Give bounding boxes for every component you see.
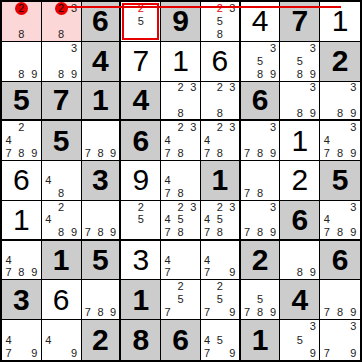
- cell-r3c1[interactable]: 5: [2, 82, 42, 122]
- candidate-9: 9: [267, 226, 280, 239]
- cell-r1c9[interactable]: 1: [320, 2, 360, 42]
- candidate-7: 7: [161, 147, 174, 160]
- candidate-8: 8: [293, 107, 306, 120]
- candidate-5: 5: [213, 15, 226, 28]
- candidate-7: 7: [201, 147, 214, 160]
- candidate-9: 9: [306, 347, 319, 360]
- candidate-3: 3: [306, 82, 319, 95]
- candidate-3: 3: [347, 82, 360, 95]
- candidate-7: 7: [2, 347, 15, 360]
- cell-r6c9[interactable]: 34789: [320, 201, 360, 241]
- cell-r1c2[interactable]: 238: [42, 2, 82, 42]
- given-digit: 5: [332, 165, 349, 195]
- cell-r8c6[interactable]: 2579: [201, 280, 241, 320]
- candidate-3: 3: [347, 320, 360, 333]
- candidate-4: 4: [201, 213, 214, 226]
- candidate-7: 7: [201, 226, 214, 239]
- given-digit: 3: [13, 285, 30, 315]
- given-digit: 5: [92, 245, 109, 275]
- pencilmarks: 4579: [201, 320, 239, 360]
- candidate-5: 5: [213, 213, 226, 226]
- candidate-4: 4: [201, 254, 214, 267]
- pencilmarks: 789: [82, 121, 120, 160]
- candidate-9: 9: [347, 226, 360, 239]
- candidate-7: 7: [161, 267, 174, 280]
- candidate-2: 2: [134, 201, 147, 214]
- cell-r6c8[interactable]: 6: [280, 201, 320, 241]
- pencilmarks: 23478: [161, 121, 200, 160]
- cell-r1c7[interactable]: 4: [241, 2, 281, 42]
- candidate-7: 7: [2, 147, 15, 160]
- cell-r7c1[interactable]: 4789: [2, 241, 42, 281]
- candidate-8: 8: [15, 267, 28, 280]
- cell-r4c4[interactable]: 6: [121, 121, 161, 161]
- cell-r8c2[interactable]: 6: [42, 280, 82, 320]
- candidate-8: 8: [15, 28, 28, 41]
- given-digit: 2: [252, 245, 269, 275]
- pencilmarks: 48: [42, 161, 81, 200]
- candidate-7: 7: [82, 306, 95, 319]
- solved-digit: 1: [291, 126, 308, 156]
- candidate-7: 7: [241, 306, 254, 319]
- cell-r8c7[interactable]: 5789: [241, 280, 281, 320]
- cell-r4c6[interactable]: 23478: [201, 121, 241, 161]
- cell-r5c1[interactable]: 6: [2, 161, 42, 201]
- candidate-4: 4: [161, 174, 174, 187]
- candidate-2: 2: [174, 201, 187, 214]
- given-digit: 6: [252, 85, 269, 115]
- candidate-7: 7: [201, 347, 214, 360]
- cell-r9c5[interactable]: 6: [161, 320, 201, 360]
- eliminated-candidate-2: 2: [213, 2, 226, 15]
- candidate-5: 5: [254, 293, 267, 306]
- candidate-8: 8: [55, 226, 68, 239]
- candidate-9: 9: [68, 347, 81, 360]
- candidate-8: 8: [94, 147, 107, 160]
- candidate-2: 2: [213, 82, 226, 95]
- cell-r5c3[interactable]: 3: [82, 161, 122, 201]
- candidate-8: 8: [213, 226, 226, 239]
- candidate-8: 8: [94, 226, 107, 239]
- candidate-9: 9: [28, 147, 41, 160]
- pencilmarks: 479: [2, 320, 41, 360]
- given-digit: 4: [291, 285, 308, 315]
- given-digit: 6: [291, 205, 308, 235]
- pencilmarks: 789: [82, 201, 120, 239]
- pencilmarks: 359: [280, 320, 319, 360]
- candidate-4: 4: [320, 213, 333, 226]
- solved-digit: 2: [291, 165, 308, 195]
- pencilmarks: 789: [320, 280, 360, 319]
- given-digit: 1: [211, 165, 228, 195]
- cell-r6c4[interactable]: 25: [121, 201, 161, 241]
- cell-r6c7[interactable]: 3789: [241, 201, 281, 241]
- cell-r2c6[interactable]: 6: [201, 42, 241, 82]
- candidate-3: 3: [187, 82, 200, 95]
- candidate-9: 9: [267, 68, 280, 81]
- candidate-3: 3: [226, 82, 239, 95]
- candidate-4: 4: [161, 134, 174, 147]
- candidate-9: 9: [226, 347, 239, 360]
- candidate-5: 5: [134, 213, 147, 226]
- candidate-7: 7: [320, 226, 333, 239]
- cell-r3c4[interactable]: 4: [121, 82, 161, 122]
- cell-r1c6[interactable]: 2358: [201, 2, 241, 42]
- cell-r7c5[interactable]: 47: [161, 241, 201, 281]
- pencilmarks: 78: [241, 161, 280, 200]
- candidate-9: 9: [306, 107, 319, 120]
- candidate-3: 3: [347, 121, 360, 134]
- cell-r4c2[interactable]: 5: [42, 121, 82, 161]
- pencilmarks: 234578: [161, 201, 200, 239]
- candidate-4: 4: [320, 134, 333, 147]
- pencilmarks: 2358: [201, 2, 239, 41]
- candidate-8: 8: [254, 187, 267, 200]
- candidate-2: 2: [213, 121, 226, 134]
- given-digit: 6: [172, 325, 189, 355]
- candidate-8: 8: [213, 28, 226, 41]
- pencilmarks: 389: [320, 82, 360, 120]
- candidate-9: 9: [267, 147, 280, 160]
- candidate-2: 2: [174, 121, 187, 134]
- given-digit: 2: [332, 46, 349, 76]
- pencilmarks: 89: [2, 42, 41, 81]
- candidate-9: 9: [347, 347, 360, 360]
- given-digit: 2: [92, 325, 109, 355]
- cell-r8c8[interactable]: 4: [280, 280, 320, 320]
- cell-r6c3[interactable]: 789: [82, 201, 122, 241]
- cell-r8c3[interactable]: 789: [82, 280, 122, 320]
- solved-digit: 6: [53, 285, 70, 315]
- cell-r8c9[interactable]: 789: [320, 280, 360, 320]
- pencilmarks: 25: [121, 2, 160, 41]
- candidate-8: 8: [333, 147, 346, 160]
- candidate-3: 3: [226, 121, 239, 134]
- pencilmarks: 389: [280, 82, 319, 120]
- candidate-8: 8: [254, 306, 267, 319]
- given-digit: 5: [13, 85, 30, 115]
- sudoku-board: 2823862592358471893894716358935892571423…: [0, 0, 362, 362]
- candidate-7: 7: [201, 267, 214, 280]
- candidate-9: 9: [226, 267, 239, 280]
- candidate-3: 3: [267, 201, 280, 214]
- candidate-2: 2: [15, 121, 28, 134]
- pencilmarks: 2579: [201, 280, 239, 319]
- cell-r2c9[interactable]: 2: [320, 42, 360, 82]
- pencilmarks: 28: [2, 2, 41, 41]
- candidate-9: 9: [347, 147, 360, 160]
- candidate-4: 4: [2, 254, 15, 267]
- chain-node-candidate-2: 2: [15, 2, 28, 15]
- cell-r4c7[interactable]: 3789: [241, 121, 281, 161]
- pencilmarks: 478: [161, 161, 200, 200]
- solved-digit: 4: [252, 6, 269, 36]
- candidate-2: 2: [213, 201, 226, 214]
- candidate-5: 5: [213, 293, 226, 306]
- cell-r3c6[interactable]: 238: [201, 82, 241, 122]
- pencilmarks: 257: [161, 280, 200, 319]
- candidate-9: 9: [107, 226, 120, 239]
- candidate-7: 7: [161, 226, 174, 239]
- pencilmarks: 238: [42, 2, 81, 41]
- candidate-7: 7: [161, 187, 174, 200]
- pencilmarks: 238: [161, 82, 200, 120]
- cell-r9c7[interactable]: 1: [241, 320, 281, 360]
- solved-digit: 6: [13, 165, 30, 195]
- solved-digit: 1: [332, 6, 349, 36]
- cell-r5c5[interactable]: 478: [161, 161, 201, 201]
- candidate-3: 3: [267, 42, 280, 55]
- cell-r9c9[interactable]: 379: [320, 320, 360, 360]
- candidate-9: 9: [226, 306, 239, 319]
- candidate-2: 2: [55, 201, 68, 214]
- given-digit: 5: [53, 126, 70, 156]
- candidate-3: 3: [347, 201, 360, 214]
- candidate-7: 7: [201, 306, 214, 319]
- given-digit: 9: [172, 6, 189, 36]
- candidate-8: 8: [293, 267, 306, 280]
- cell-r5c7[interactable]: 78: [241, 161, 281, 201]
- given-digit: 7: [53, 85, 70, 115]
- cell-r5c9[interactable]: 5: [320, 161, 360, 201]
- candidate-9: 9: [306, 267, 319, 280]
- solved-digit: 7: [132, 46, 149, 76]
- cell-r4c9[interactable]: 34789: [320, 121, 360, 161]
- pencilmarks: 25: [121, 201, 160, 239]
- cell-r8c1[interactable]: 3: [2, 280, 42, 320]
- given-digit: 1: [132, 285, 149, 315]
- cell-r2c4[interactable]: 7: [121, 42, 161, 82]
- pencilmarks: 23478: [201, 121, 239, 160]
- candidate-9: 9: [107, 306, 120, 319]
- candidate-3: 3: [267, 121, 280, 134]
- cell-r7c3[interactable]: 5: [82, 241, 122, 281]
- cell-r9c4[interactable]: 8: [121, 320, 161, 360]
- cell-r2c2[interactable]: 389: [42, 42, 82, 82]
- pencilmarks: 3589: [280, 42, 319, 81]
- candidate-8: 8: [174, 226, 187, 239]
- cell-r1c5[interactable]: 9: [161, 2, 201, 42]
- pencilmarks: 5789: [241, 280, 280, 319]
- candidate-7: 7: [82, 226, 95, 239]
- pencilmarks: 789: [82, 280, 120, 319]
- candidate-3: 3: [226, 2, 239, 15]
- cell-r4c5[interactable]: 23478: [161, 121, 201, 161]
- candidate-8: 8: [333, 107, 346, 120]
- candidate-3: 3: [68, 2, 81, 15]
- cell-r5c4[interactable]: 9: [121, 161, 161, 201]
- cell-r2c8[interactable]: 3589: [280, 42, 320, 82]
- candidate-8: 8: [333, 306, 346, 319]
- eliminated-candidate-2: 2: [134, 2, 147, 15]
- pencilmarks: 234578: [201, 201, 239, 239]
- candidate-9: 9: [347, 107, 360, 120]
- given-digit: 1: [53, 245, 70, 275]
- pencilmarks: 34789: [320, 121, 360, 160]
- candidate-4: 4: [201, 333, 214, 346]
- cell-r7c6[interactable]: 479: [201, 241, 241, 281]
- candidate-4: 4: [201, 134, 214, 147]
- candidate-4: 4: [42, 333, 55, 346]
- candidate-7: 7: [241, 226, 254, 239]
- solved-digit: 9: [132, 165, 149, 195]
- candidate-7: 7: [2, 267, 15, 280]
- cell-r5c6[interactable]: 1: [201, 161, 241, 201]
- candidate-5: 5: [213, 333, 226, 346]
- cell-r8c4[interactable]: 1: [121, 280, 161, 320]
- candidate-3: 3: [68, 42, 81, 55]
- pencilmarks: 3789: [241, 201, 280, 239]
- candidate-8: 8: [293, 68, 306, 81]
- candidate-8: 8: [174, 107, 187, 120]
- cell-r5c8[interactable]: 2: [280, 161, 320, 201]
- given-digit: 1: [92, 85, 109, 115]
- candidate-2: 2: [174, 280, 187, 293]
- candidate-8: 8: [55, 68, 68, 81]
- cell-r9c6[interactable]: 4579: [201, 320, 241, 360]
- candidate-3: 3: [187, 201, 200, 214]
- candidate-8: 8: [333, 226, 346, 239]
- candidate-7: 7: [241, 187, 254, 200]
- candidate-8: 8: [94, 306, 107, 319]
- candidate-2: 2: [213, 280, 226, 293]
- pencilmarks: 34789: [320, 201, 360, 239]
- candidate-5: 5: [174, 213, 187, 226]
- candidate-9: 9: [267, 306, 280, 319]
- candidate-7: 7: [241, 147, 254, 160]
- candidate-3: 3: [306, 320, 319, 333]
- candidate-9: 9: [28, 347, 41, 360]
- cell-r4c3[interactable]: 789: [82, 121, 122, 161]
- candidate-9: 9: [28, 267, 41, 280]
- candidate-8: 8: [15, 147, 28, 160]
- candidate-3: 3: [226, 201, 239, 214]
- cell-r7c9[interactable]: 6: [320, 241, 360, 281]
- cell-r9c1[interactable]: 479: [2, 320, 42, 360]
- cell-r1c1[interactable]: 28: [2, 2, 42, 42]
- candidate-5: 5: [293, 333, 306, 346]
- cell-r2c7[interactable]: 3589: [241, 42, 281, 82]
- candidate-8: 8: [254, 68, 267, 81]
- pencilmarks: 47: [161, 241, 200, 280]
- pencilmarks: 89: [280, 241, 319, 280]
- candidate-9: 9: [28, 68, 41, 81]
- cell-r9c3[interactable]: 2: [82, 320, 122, 360]
- cell-r3c7[interactable]: 6: [241, 82, 281, 122]
- pencilmarks: 24789: [2, 121, 41, 160]
- candidate-3: 3: [306, 42, 319, 55]
- pencilmarks: 389: [42, 42, 81, 81]
- candidate-7: 7: [161, 306, 174, 319]
- candidate-7: 7: [320, 147, 333, 160]
- cell-r1c8[interactable]: 7: [280, 2, 320, 42]
- candidate-8: 8: [174, 187, 187, 200]
- cell-r2c5[interactable]: 1: [161, 42, 201, 82]
- candidate-4: 4: [42, 213, 55, 226]
- given-digit: 4: [92, 46, 109, 76]
- candidate-5: 5: [174, 293, 187, 306]
- pencilmarks: 4789: [2, 241, 41, 280]
- cell-r3c9[interactable]: 389: [320, 82, 360, 122]
- pencilmarks: 479: [201, 241, 239, 280]
- given-digit: 8: [132, 325, 149, 355]
- candidate-8: 8: [213, 107, 226, 120]
- candidate-9: 9: [107, 147, 120, 160]
- cell-r1c4-selected[interactable]: 25: [121, 2, 161, 42]
- given-digit: 3: [92, 165, 109, 195]
- cell-r4c8[interactable]: 1: [280, 121, 320, 161]
- cell-r9c2[interactable]: 49: [42, 320, 82, 360]
- cell-r2c1[interactable]: 89: [2, 42, 42, 82]
- candidate-4: 4: [42, 174, 55, 187]
- candidate-9: 9: [68, 226, 81, 239]
- candidate-8: 8: [174, 147, 187, 160]
- candidate-7: 7: [320, 306, 333, 319]
- cell-r3c3[interactable]: 1: [82, 82, 122, 122]
- cell-r6c2[interactable]: 2489: [42, 201, 82, 241]
- given-digit: 6: [132, 126, 149, 156]
- pencilmarks: 49: [42, 320, 81, 360]
- cell-r9c8[interactable]: 359: [280, 320, 320, 360]
- pencilmarks: 379: [320, 320, 360, 360]
- given-digit: 1: [252, 325, 269, 355]
- given-digit: 6: [332, 245, 349, 275]
- pencilmarks: 2489: [42, 201, 81, 239]
- candidate-8: 8: [254, 226, 267, 239]
- candidate-9: 9: [306, 68, 319, 81]
- candidate-5: 5: [254, 55, 267, 68]
- candidate-4: 4: [161, 213, 174, 226]
- candidate-8: 8: [213, 147, 226, 160]
- candidate-3: 3: [187, 121, 200, 134]
- pencilmarks: 238: [201, 82, 239, 120]
- solved-digit: 3: [132, 245, 149, 275]
- cell-r1c3[interactable]: 6: [82, 2, 122, 42]
- cell-r6c6[interactable]: 234578: [201, 201, 241, 241]
- candidate-8: 8: [55, 28, 68, 41]
- cell-r8c5[interactable]: 257: [161, 280, 201, 320]
- cell-r5c2[interactable]: 48: [42, 161, 82, 201]
- cell-r6c5[interactable]: 234578: [161, 201, 201, 241]
- candidate-8: 8: [15, 68, 28, 81]
- cell-r6c1[interactable]: 1: [2, 201, 42, 241]
- cell-r3c5[interactable]: 238: [161, 82, 201, 122]
- pencilmarks: 3589: [241, 42, 280, 81]
- solved-digit: 6: [211, 46, 228, 76]
- cell-r2c3[interactable]: 4: [82, 42, 122, 82]
- solved-digit: 1: [172, 46, 189, 76]
- candidate-9: 9: [68, 68, 81, 81]
- cell-r3c2[interactable]: 7: [42, 82, 82, 122]
- candidate-2: 2: [174, 82, 187, 95]
- cell-r7c4[interactable]: 3: [121, 241, 161, 281]
- cell-r4c1[interactable]: 24789: [2, 121, 42, 161]
- candidate-9: 9: [347, 306, 360, 319]
- cell-r3c8[interactable]: 389: [280, 82, 320, 122]
- candidate-8: 8: [55, 187, 68, 200]
- candidate-4: 4: [161, 254, 174, 267]
- candidate-7: 7: [320, 347, 333, 360]
- cell-r7c2[interactable]: 1: [42, 241, 82, 281]
- cell-r7c7[interactable]: 2: [241, 241, 281, 281]
- cell-r7c8[interactable]: 89: [280, 241, 320, 281]
- given-digit: 4: [132, 85, 149, 115]
- pencilmarks: 3789: [241, 121, 280, 160]
- candidate-5: 5: [134, 15, 147, 28]
- given-digit: 6: [92, 6, 109, 36]
- solved-digit: 1: [13, 205, 30, 235]
- chain-node-candidate-2: 2: [55, 2, 68, 15]
